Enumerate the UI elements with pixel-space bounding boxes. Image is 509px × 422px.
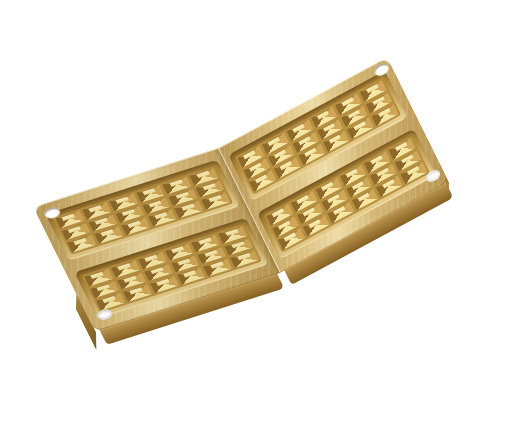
product-photo — [0, 0, 509, 422]
